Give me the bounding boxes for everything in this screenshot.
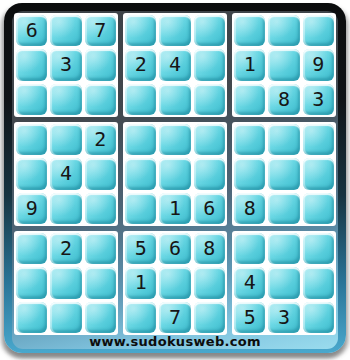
cell-r3c6[interactable] (194, 84, 225, 115)
box-7: 2 (14, 231, 118, 335)
cell-r2c5[interactable]: 4 (159, 49, 190, 80)
cell-r9c6[interactable] (194, 302, 225, 333)
cell-r6c8[interactable] (268, 193, 299, 224)
box-9: 453 (232, 231, 336, 335)
cell-r1c9[interactable] (303, 15, 334, 46)
cell-r5c6[interactable] (194, 158, 225, 189)
cell-r8c4[interactable]: 1 (125, 267, 156, 298)
cell-r8c6[interactable] (194, 267, 225, 298)
box-6: 8 (232, 122, 336, 226)
cell-r2c1[interactable] (16, 49, 47, 80)
cell-r7c7[interactable] (234, 233, 265, 264)
cell-r3c1[interactable] (16, 84, 47, 115)
cell-r4c4[interactable] (125, 124, 156, 155)
cell-r8c8[interactable] (268, 267, 299, 298)
cell-r8c9[interactable] (303, 267, 334, 298)
cell-r5c2[interactable]: 4 (50, 158, 81, 189)
cell-r6c9[interactable] (303, 193, 334, 224)
cell-r1c6[interactable] (194, 15, 225, 46)
cell-r4c1[interactable] (16, 124, 47, 155)
cell-r1c8[interactable] (268, 15, 299, 46)
cell-r9c1[interactable] (16, 302, 47, 333)
cell-r3c9[interactable]: 3 (303, 84, 334, 115)
box-2: 24 (123, 13, 227, 117)
cell-r2c7[interactable]: 1 (234, 49, 265, 80)
cell-r5c4[interactable] (125, 158, 156, 189)
cell-r3c8[interactable]: 8 (268, 84, 299, 115)
cell-r1c7[interactable] (234, 15, 265, 46)
cell-r1c5[interactable] (159, 15, 190, 46)
cell-r4c9[interactable] (303, 124, 334, 155)
cell-r9c2[interactable] (50, 302, 81, 333)
site-url: www.sudokusweb.com (12, 334, 338, 349)
cell-r1c4[interactable] (125, 15, 156, 46)
cell-r2c9[interactable]: 9 (303, 49, 334, 80)
cell-r6c6[interactable]: 6 (194, 193, 225, 224)
cell-r7c9[interactable] (303, 233, 334, 264)
cell-r7c1[interactable] (16, 233, 47, 264)
cell-r1c2[interactable] (50, 15, 81, 46)
cell-r1c1[interactable]: 6 (16, 15, 47, 46)
cell-r7c5[interactable]: 6 (159, 233, 190, 264)
cell-r6c2[interactable] (50, 193, 81, 224)
cell-r8c2[interactable] (50, 267, 81, 298)
cell-r2c6[interactable] (194, 49, 225, 80)
cell-r4c3[interactable]: 2 (85, 124, 116, 155)
cell-r3c2[interactable] (50, 84, 81, 115)
cell-r3c3[interactable] (85, 84, 116, 115)
box-8: 56817 (123, 231, 227, 335)
cell-r8c5[interactable] (159, 267, 190, 298)
board-frame: 673241983249168256817453 www.sudokusweb.… (4, 3, 346, 353)
cell-r6c1[interactable]: 9 (16, 193, 47, 224)
cell-r5c7[interactable] (234, 158, 265, 189)
cell-r6c3[interactable] (85, 193, 116, 224)
cell-r6c7[interactable]: 8 (234, 193, 265, 224)
cell-r9c9[interactable] (303, 302, 334, 333)
cell-r7c3[interactable] (85, 233, 116, 264)
cell-r1c3[interactable]: 7 (85, 15, 116, 46)
cell-r9c3[interactable] (85, 302, 116, 333)
cell-r4c2[interactable] (50, 124, 81, 155)
cell-r6c4[interactable] (125, 193, 156, 224)
cell-r9c5[interactable]: 7 (159, 302, 190, 333)
cell-r5c3[interactable] (85, 158, 116, 189)
cell-r9c8[interactable]: 3 (268, 302, 299, 333)
cell-r7c6[interactable]: 8 (194, 233, 225, 264)
cell-r4c5[interactable] (159, 124, 190, 155)
board-background: 673241983249168256817453 www.sudokusweb.… (12, 11, 338, 349)
cell-r2c8[interactable] (268, 49, 299, 80)
cell-r2c3[interactable] (85, 49, 116, 80)
cell-r3c4[interactable] (125, 84, 156, 115)
cell-r5c8[interactable] (268, 158, 299, 189)
cell-r8c7[interactable]: 4 (234, 267, 265, 298)
cell-r4c6[interactable] (194, 124, 225, 155)
box-1: 673 (14, 13, 118, 117)
cell-r7c2[interactable]: 2 (50, 233, 81, 264)
cell-r4c8[interactable] (268, 124, 299, 155)
cell-r3c7[interactable] (234, 84, 265, 115)
cell-r8c1[interactable] (16, 267, 47, 298)
cell-r8c3[interactable] (85, 267, 116, 298)
box-4: 249 (14, 122, 118, 226)
box-5: 16 (123, 122, 227, 226)
box-3: 1983 (232, 13, 336, 117)
cell-r4c7[interactable] (234, 124, 265, 155)
cell-r5c5[interactable] (159, 158, 190, 189)
sudoku-grid: 673241983249168256817453 (14, 13, 336, 335)
cell-r3c5[interactable] (159, 84, 190, 115)
cell-r6c5[interactable]: 1 (159, 193, 190, 224)
cell-r9c7[interactable]: 5 (234, 302, 265, 333)
cell-r2c2[interactable]: 3 (50, 49, 81, 80)
cell-r7c4[interactable]: 5 (125, 233, 156, 264)
cell-r5c9[interactable] (303, 158, 334, 189)
cell-r5c1[interactable] (16, 158, 47, 189)
cell-r9c4[interactable] (125, 302, 156, 333)
cell-r2c4[interactable]: 2 (125, 49, 156, 80)
cell-r7c8[interactable] (268, 233, 299, 264)
